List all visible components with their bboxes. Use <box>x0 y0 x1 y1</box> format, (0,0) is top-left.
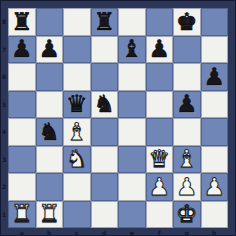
black-bishop: ♝ <box>118 36 146 64</box>
square-e3[interactable] <box>118 146 146 174</box>
chess-board-frame: 87654321 abcdefgh ♜♜♚♟♟♝♟♟♛♞♟♞♝♞♛♝♟♟♟♜♜♚ <box>0 0 236 236</box>
rank-label-5: 5 <box>0 91 8 119</box>
square-h4[interactable] <box>201 118 229 146</box>
rank-label-7: 7 <box>0 36 8 64</box>
square-h2[interactable]: ♟ <box>201 173 229 201</box>
white-pawn: ♟ <box>201 173 229 201</box>
square-f7[interactable]: ♟ <box>146 36 174 64</box>
square-h3[interactable] <box>201 146 229 174</box>
black-pawn: ♟ <box>146 36 174 64</box>
square-g4[interactable] <box>173 118 201 146</box>
square-a8[interactable]: ♜ <box>8 8 36 36</box>
square-e6[interactable] <box>118 63 146 91</box>
rank-label-8: 8 <box>0 8 8 36</box>
square-f6[interactable] <box>146 63 174 91</box>
file-label-d: d <box>91 228 119 236</box>
black-rook: ♜ <box>8 8 36 36</box>
rank-label-1: 1 <box>0 201 8 229</box>
square-c4[interactable]: ♝ <box>63 118 91 146</box>
rank-label-3: 3 <box>0 146 8 174</box>
square-d1[interactable] <box>91 201 119 229</box>
black-pawn: ♟ <box>201 63 229 91</box>
square-b5[interactable] <box>36 91 64 119</box>
file-label-f: f <box>146 228 174 236</box>
square-e5[interactable] <box>118 91 146 119</box>
square-f2[interactable]: ♟ <box>146 173 174 201</box>
white-pawn: ♟ <box>173 173 201 201</box>
square-c5[interactable]: ♛ <box>63 91 91 119</box>
square-e8[interactable] <box>118 8 146 36</box>
white-knight: ♞ <box>63 146 91 174</box>
file-label-b: b <box>36 228 64 236</box>
square-g7[interactable] <box>173 36 201 64</box>
square-b6[interactable] <box>36 63 64 91</box>
square-a4[interactable] <box>8 118 36 146</box>
square-d2[interactable] <box>91 173 119 201</box>
square-a3[interactable] <box>8 146 36 174</box>
square-f5[interactable] <box>146 91 174 119</box>
square-b8[interactable] <box>36 8 64 36</box>
black-rook: ♜ <box>91 8 119 36</box>
file-label-g: g <box>173 228 201 236</box>
square-g2[interactable]: ♟ <box>173 173 201 201</box>
square-c8[interactable] <box>63 8 91 36</box>
square-h1[interactable] <box>201 201 229 229</box>
white-bishop: ♝ <box>63 118 91 146</box>
white-rook: ♜ <box>8 201 36 229</box>
black-pawn: ♟ <box>8 36 36 64</box>
square-a1[interactable]: ♜ <box>8 201 36 229</box>
square-g1[interactable]: ♚ <box>173 201 201 229</box>
square-a6[interactable] <box>8 63 36 91</box>
square-g8[interactable]: ♚ <box>173 8 201 36</box>
square-b4[interactable]: ♞ <box>36 118 64 146</box>
white-bishop: ♝ <box>173 146 201 174</box>
black-knight: ♞ <box>36 118 64 146</box>
chess-board: ♜♜♚♟♟♝♟♟♛♞♟♞♝♞♛♝♟♟♟♜♜♚ <box>8 8 228 228</box>
square-a2[interactable] <box>8 173 36 201</box>
black-queen: ♛ <box>63 91 91 119</box>
white-rook: ♜ <box>36 201 64 229</box>
black-king: ♚ <box>173 8 201 36</box>
black-pawn: ♟ <box>36 36 64 64</box>
square-d8[interactable]: ♜ <box>91 8 119 36</box>
file-label-a: a <box>8 228 36 236</box>
square-h5[interactable] <box>201 91 229 119</box>
square-b3[interactable] <box>36 146 64 174</box>
black-knight: ♞ <box>91 91 119 119</box>
square-d6[interactable] <box>91 63 119 91</box>
square-h7[interactable] <box>201 36 229 64</box>
rank-label-6: 6 <box>0 63 8 91</box>
black-pawn: ♟ <box>173 91 201 119</box>
square-e1[interactable] <box>118 201 146 229</box>
rank-label-2: 2 <box>0 173 8 201</box>
file-labels: abcdefgh <box>8 228 228 236</box>
file-label-c: c <box>63 228 91 236</box>
square-c1[interactable] <box>63 201 91 229</box>
white-pawn: ♟ <box>146 173 174 201</box>
square-e4[interactable] <box>118 118 146 146</box>
square-d7[interactable] <box>91 36 119 64</box>
square-d4[interactable] <box>91 118 119 146</box>
square-f1[interactable] <box>146 201 174 229</box>
square-b2[interactable] <box>36 173 64 201</box>
rank-label-4: 4 <box>0 118 8 146</box>
square-c7[interactable] <box>63 36 91 64</box>
square-c6[interactable] <box>63 63 91 91</box>
file-label-h: h <box>201 228 229 236</box>
white-queen: ♛ <box>146 146 174 174</box>
square-g3[interactable]: ♝ <box>173 146 201 174</box>
file-label-e: e <box>118 228 146 236</box>
square-b7[interactable]: ♟ <box>36 36 64 64</box>
square-f3[interactable]: ♛ <box>146 146 174 174</box>
white-king: ♚ <box>173 201 201 229</box>
square-a5[interactable] <box>8 91 36 119</box>
square-d3[interactable] <box>91 146 119 174</box>
square-c2[interactable] <box>63 173 91 201</box>
square-f4[interactable] <box>146 118 174 146</box>
square-c3[interactable]: ♞ <box>63 146 91 174</box>
square-g5[interactable]: ♟ <box>173 91 201 119</box>
square-h6[interactable]: ♟ <box>201 63 229 91</box>
square-b1[interactable]: ♜ <box>36 201 64 229</box>
square-f8[interactable] <box>146 8 174 36</box>
square-d5[interactable]: ♞ <box>91 91 119 119</box>
square-e7[interactable]: ♝ <box>118 36 146 64</box>
square-a7[interactable]: ♟ <box>8 36 36 64</box>
square-h8[interactable] <box>201 8 229 36</box>
square-e2[interactable] <box>118 173 146 201</box>
rank-labels: 87654321 <box>0 8 8 228</box>
square-g6[interactable] <box>173 63 201 91</box>
